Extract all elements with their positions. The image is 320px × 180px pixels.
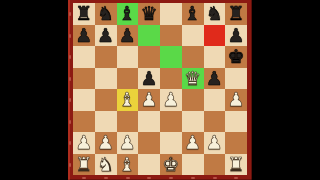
square-e7[interactable]	[160, 25, 182, 47]
piece-black-bishop[interactable]: ♝	[184, 4, 201, 23]
square-a3[interactable]	[73, 111, 95, 133]
border-file-mark	[104, 177, 108, 179]
square-h2[interactable]	[225, 132, 247, 154]
square-b7[interactable]: ♟	[95, 25, 117, 47]
piece-white-bishop[interactable]: ♝	[119, 154, 136, 173]
piece-black-pawn[interactable]: ♟	[97, 25, 114, 44]
border-file-mark	[213, 177, 217, 179]
piece-white-pawn[interactable]: ♟	[75, 133, 92, 152]
piece-white-rook[interactable]: ♜	[228, 154, 245, 173]
square-e6[interactable]	[160, 46, 182, 68]
square-c4[interactable]: ♝	[117, 89, 139, 111]
border-rank-mark	[69, 163, 71, 167]
square-a4[interactable]	[73, 89, 95, 111]
square-h1[interactable]: ♜	[225, 154, 247, 176]
square-d1[interactable]	[138, 154, 160, 176]
square-b4[interactable]	[95, 89, 117, 111]
letterbox-right	[252, 0, 320, 180]
piece-white-king[interactable]: ♚	[162, 154, 179, 173]
square-c2[interactable]: ♟	[117, 132, 139, 154]
border-file-mark	[147, 177, 151, 179]
piece-white-knight[interactable]: ♞	[97, 154, 114, 173]
square-g8[interactable]: ♞	[204, 3, 226, 25]
square-g1[interactable]	[204, 154, 226, 176]
square-c7[interactable]: ♟	[117, 25, 139, 47]
square-b6[interactable]	[95, 46, 117, 68]
square-f3[interactable]	[182, 111, 204, 133]
chessboard-frame: ♜♞♝♛♝♞♜♟♟♟♟♚♟♛♟♝♟♟♟♟♟♟♟♟♜♞♝♚♜	[68, 0, 252, 180]
square-h7[interactable]: ♟	[225, 25, 247, 47]
border-file-mark	[234, 177, 238, 179]
square-d3[interactable]	[138, 111, 160, 133]
square-a8[interactable]: ♜	[73, 3, 95, 25]
chessboard: ♜♞♝♛♝♞♜♟♟♟♟♚♟♛♟♝♟♟♟♟♟♟♟♟♜♞♝♚♜	[73, 3, 247, 175]
square-e2[interactable]	[160, 132, 182, 154]
square-c8[interactable]: ♝	[117, 3, 139, 25]
square-d4[interactable]: ♟	[138, 89, 160, 111]
square-a6[interactable]	[73, 46, 95, 68]
square-e1[interactable]: ♚	[160, 154, 182, 176]
piece-white-queen[interactable]: ♛	[184, 68, 201, 87]
square-g7[interactable]	[204, 25, 226, 47]
border-rank-mark	[69, 34, 71, 38]
square-c1[interactable]: ♝	[117, 154, 139, 176]
square-f2[interactable]: ♟	[182, 132, 204, 154]
letterbox-left	[0, 0, 68, 180]
square-b2[interactable]: ♟	[95, 132, 117, 154]
piece-white-pawn[interactable]: ♟	[119, 133, 136, 152]
square-h4[interactable]: ♟	[225, 89, 247, 111]
piece-black-knight[interactable]: ♞	[206, 4, 223, 23]
border-rank-mark	[69, 98, 71, 102]
piece-black-queen[interactable]: ♛	[141, 4, 158, 23]
square-f6[interactable]	[182, 46, 204, 68]
square-d7[interactable]	[138, 25, 160, 47]
square-g4[interactable]	[204, 89, 226, 111]
square-h3[interactable]	[225, 111, 247, 133]
square-e8[interactable]	[160, 3, 182, 25]
piece-black-bishop[interactable]: ♝	[119, 4, 136, 23]
piece-white-bishop[interactable]: ♝	[119, 90, 136, 109]
square-b5[interactable]	[95, 68, 117, 90]
square-d6[interactable]	[138, 46, 160, 68]
square-f5[interactable]: ♛	[182, 68, 204, 90]
piece-black-knight[interactable]: ♞	[97, 4, 114, 23]
square-c6[interactable]	[117, 46, 139, 68]
border-rank-mark	[69, 77, 71, 81]
square-h8[interactable]: ♜	[225, 3, 247, 25]
square-a1[interactable]: ♜	[73, 154, 95, 176]
video-frame: ♜♞♝♛♝♞♜♟♟♟♟♚♟♛♟♝♟♟♟♟♟♟♟♟♜♞♝♚♜	[0, 0, 320, 180]
square-h6[interactable]: ♚	[225, 46, 247, 68]
square-e3[interactable]	[160, 111, 182, 133]
square-d5[interactable]: ♟	[138, 68, 160, 90]
square-f7[interactable]	[182, 25, 204, 47]
piece-white-pawn[interactable]: ♟	[228, 90, 245, 109]
square-c5[interactable]	[117, 68, 139, 90]
piece-white-pawn[interactable]: ♟	[162, 90, 179, 109]
piece-white-pawn[interactable]: ♟	[141, 90, 158, 109]
square-c3[interactable]	[117, 111, 139, 133]
square-d2[interactable]	[138, 132, 160, 154]
square-e5[interactable]	[160, 68, 182, 90]
square-b8[interactable]: ♞	[95, 3, 117, 25]
border-file-mark	[169, 177, 173, 179]
border-file-mark	[82, 177, 86, 179]
square-g2[interactable]: ♟	[204, 132, 226, 154]
square-a2[interactable]: ♟	[73, 132, 95, 154]
piece-white-pawn[interactable]: ♟	[97, 133, 114, 152]
square-d8[interactable]: ♛	[138, 3, 160, 25]
piece-black-pawn[interactable]: ♟	[228, 25, 245, 44]
square-a7[interactable]: ♟	[73, 25, 95, 47]
square-g3[interactable]	[204, 111, 226, 133]
square-b1[interactable]: ♞	[95, 154, 117, 176]
piece-black-pawn[interactable]: ♟	[206, 68, 223, 87]
piece-white-pawn[interactable]: ♟	[206, 133, 223, 152]
piece-white-pawn[interactable]: ♟	[184, 133, 201, 152]
border-rank-mark	[69, 12, 71, 16]
border-file-mark	[191, 177, 195, 179]
square-f4[interactable]	[182, 89, 204, 111]
square-g5[interactable]: ♟	[204, 68, 226, 90]
square-f8[interactable]: ♝	[182, 3, 204, 25]
square-h5[interactable]	[225, 68, 247, 90]
piece-black-pawn[interactable]: ♟	[75, 25, 92, 44]
square-f1[interactable]	[182, 154, 204, 176]
square-g6[interactable]	[204, 46, 226, 68]
square-e4[interactable]: ♟	[160, 89, 182, 111]
piece-black-pawn[interactable]: ♟	[141, 68, 158, 87]
border-rank-mark	[69, 55, 71, 59]
square-b3[interactable]	[95, 111, 117, 133]
piece-black-rook[interactable]: ♜	[228, 4, 245, 23]
piece-white-rook[interactable]: ♜	[75, 154, 92, 173]
border-file-mark	[126, 177, 130, 179]
border-rank-mark	[69, 141, 71, 145]
piece-black-pawn[interactable]: ♟	[119, 25, 136, 44]
square-a5[interactable]	[73, 68, 95, 90]
border-rank-mark	[69, 120, 71, 124]
piece-black-rook[interactable]: ♜	[75, 4, 92, 23]
piece-black-king[interactable]: ♚	[228, 47, 245, 66]
